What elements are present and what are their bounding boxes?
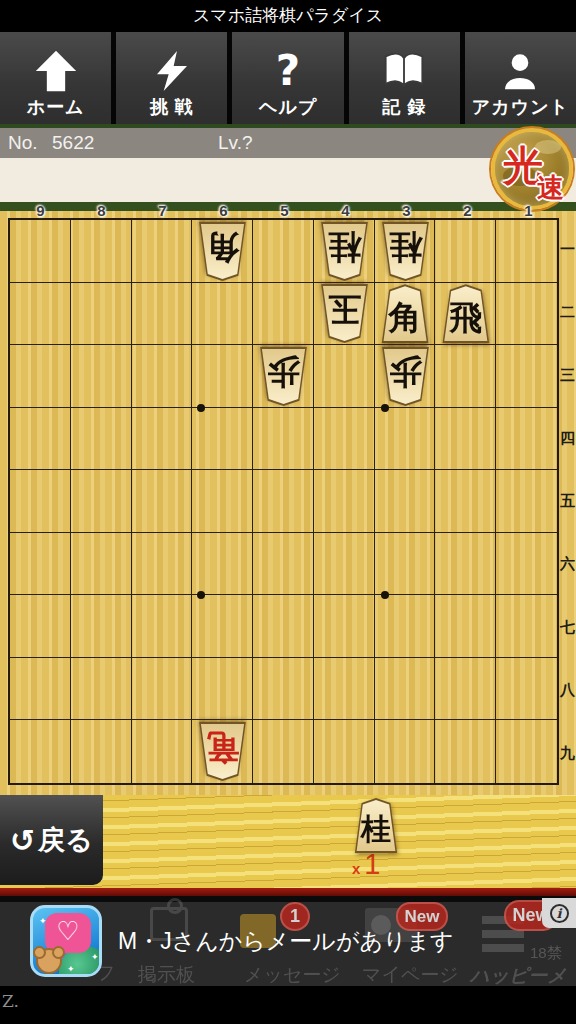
ad-message-text: M・Jさんからメールがあります — [118, 926, 454, 957]
file-labels: 987654321 — [10, 203, 559, 219]
back-button[interactable]: ↺ 戻る — [0, 795, 103, 885]
badge-char-speed: 速 — [537, 170, 564, 206]
puzzle-number: 5622 — [52, 132, 94, 154]
piece-glyph: 桂 — [328, 231, 361, 271]
rank-label: 四 — [559, 407, 576, 470]
piece-face: 角 — [381, 286, 430, 341]
rank-label: 九 — [559, 722, 576, 785]
sparkle-icon: ✦ — [91, 952, 99, 962]
heart-icon: ♡ — [45, 911, 91, 951]
nav-record-label: 記 録 — [382, 95, 426, 119]
rank-label: 一 — [559, 218, 576, 281]
gote-knight-3一[interactable]: 桂 — [379, 222, 432, 281]
ad-bg-item-mypage: マイページ — [362, 962, 459, 988]
hand-piece-glyph: 桂 — [361, 808, 391, 844]
piece-face: 桂 — [381, 224, 430, 279]
piece-face: 玉 — [320, 286, 369, 341]
gote-pawn-5三[interactable]: 歩 — [257, 347, 310, 406]
rank-label: 六 — [559, 533, 576, 596]
app-title: スマホ詰将棋パラダイス — [0, 0, 576, 32]
sente-rook-2二[interactable]: 飛 — [439, 284, 492, 343]
piece-face: 桂 — [320, 224, 369, 279]
gote-bishop-6一[interactable]: 角 — [196, 222, 249, 281]
app-screen: スマホ詰将棋パラダイス ホーム 挑 戦 ? ヘルプ 記 録 — [0, 0, 576, 1024]
file-label: 1 — [498, 203, 559, 219]
sente-bishop-3二[interactable]: 角 — [379, 284, 432, 343]
gote-pawn-3三[interactable]: 歩 — [379, 347, 432, 406]
ad-info-button[interactable]: i — [542, 898, 576, 928]
hand-piece-knight[interactable]: 桂 — [352, 798, 400, 853]
home-icon — [34, 47, 78, 95]
piece-glyph: 飛 — [449, 294, 482, 334]
file-label: 2 — [437, 203, 498, 219]
nav-home-button[interactable]: ホーム — [0, 32, 111, 124]
speed-badge[interactable]: 光 速 — [491, 128, 573, 210]
gote-promoted-rook-6九[interactable]: 竜 — [196, 722, 249, 781]
ad-bg-item-message: メッセージ — [244, 962, 341, 988]
hand-tray: ↺ 戻る 桂 x1 — [0, 795, 576, 888]
count-prefix: x — [352, 860, 360, 877]
board-pieces-layer: 角桂桂玉角飛歩歩竜 — [10, 220, 557, 783]
info-icon: i — [550, 904, 569, 923]
rank-labels: 一二三四五六七八九 — [559, 218, 576, 785]
file-label: 5 — [254, 203, 315, 219]
footer-bar: Z. — [0, 986, 576, 1024]
piece-glyph: 玉 — [328, 294, 361, 334]
gote-knight-4一[interactable]: 桂 — [318, 222, 371, 281]
file-label: 4 — [315, 203, 376, 219]
nav-bar: ホーム 挑 戦 ? ヘルプ 記 録 アカウント — [0, 32, 576, 124]
puzzle-level: Lv.? — [218, 132, 253, 154]
nav-home-label: ホーム — [27, 95, 85, 119]
account-icon — [500, 47, 540, 95]
rank-label: 七 — [559, 596, 576, 659]
puzzle-no-label: No. — [8, 132, 38, 154]
gote-king-4二[interactable]: 玉 — [318, 284, 371, 343]
sparkle-icon: ✦ — [67, 964, 75, 974]
shogi-board: 角桂桂玉角飛歩歩竜 — [8, 218, 559, 785]
piece-face: 飛 — [441, 286, 490, 341]
nav-help-label: ヘルプ — [259, 95, 317, 119]
piece-glyph: 桂 — [389, 231, 422, 271]
file-label: 8 — [71, 203, 132, 219]
file-label: 9 — [10, 203, 71, 219]
star-point — [381, 591, 389, 599]
footer-text: Z. — [2, 991, 19, 1011]
nav-record-button[interactable]: 記 録 — [349, 32, 460, 124]
sparkle-icon: ✦ — [39, 916, 47, 926]
back-button-label: 戻る — [38, 822, 93, 858]
question-icon: ? — [276, 47, 300, 95]
ad-banner[interactable]: フ 掲示板 メッセージ 1 マイページ New ハッピーメール New 18禁 … — [0, 902, 576, 986]
info-panel — [0, 158, 576, 202]
rank-label: 五 — [559, 470, 576, 533]
piece-face: 歩 — [381, 349, 430, 404]
piece-face: 竜 — [198, 724, 247, 779]
piece-face: 角 — [198, 224, 247, 279]
piece-glyph: 歩 — [267, 356, 300, 396]
nav-help-button[interactable]: ? ヘルプ — [232, 32, 343, 124]
file-label: 3 — [376, 203, 437, 219]
rank-label: 八 — [559, 659, 576, 722]
nav-account-label: アカウント — [472, 95, 569, 119]
star-point — [197, 591, 205, 599]
heart-mail-app-icon[interactable]: ♡ ✦ ✦ ✦ — [30, 905, 102, 977]
piece-glyph: 歩 — [389, 356, 422, 396]
rank-label: 二 — [559, 281, 576, 344]
record-book-icon — [381, 47, 427, 95]
lightning-icon — [152, 47, 192, 95]
file-label: 7 — [132, 203, 193, 219]
nav-account-button[interactable]: アカウント — [465, 32, 576, 124]
monkey-mascot — [36, 948, 62, 974]
piece-glyph: 角 — [389, 294, 422, 334]
piece-face: 歩 — [259, 349, 308, 404]
nav-challenge-button[interactable]: 挑 戦 — [116, 32, 227, 124]
puzzle-info-bar: No. 5622 Lv.? — [0, 128, 576, 158]
piece-glyph: 角 — [206, 231, 239, 271]
file-label: 6 — [193, 203, 254, 219]
title-bar: スマホ詰将棋パラダイス — [0, 0, 576, 32]
undo-arrow-icon: ↺ — [10, 823, 35, 858]
age-restriction-label: 18禁 — [530, 944, 562, 963]
piece-face: 桂 — [354, 800, 398, 851]
nav-challenge-label: 挑 戦 — [150, 95, 194, 119]
divider-red — [0, 888, 576, 896]
star-point — [197, 404, 205, 412]
rank-label: 三 — [559, 344, 576, 407]
piece-glyph: 竜 — [206, 732, 239, 772]
ad-bg-item-board: 掲示板 — [138, 962, 195, 988]
